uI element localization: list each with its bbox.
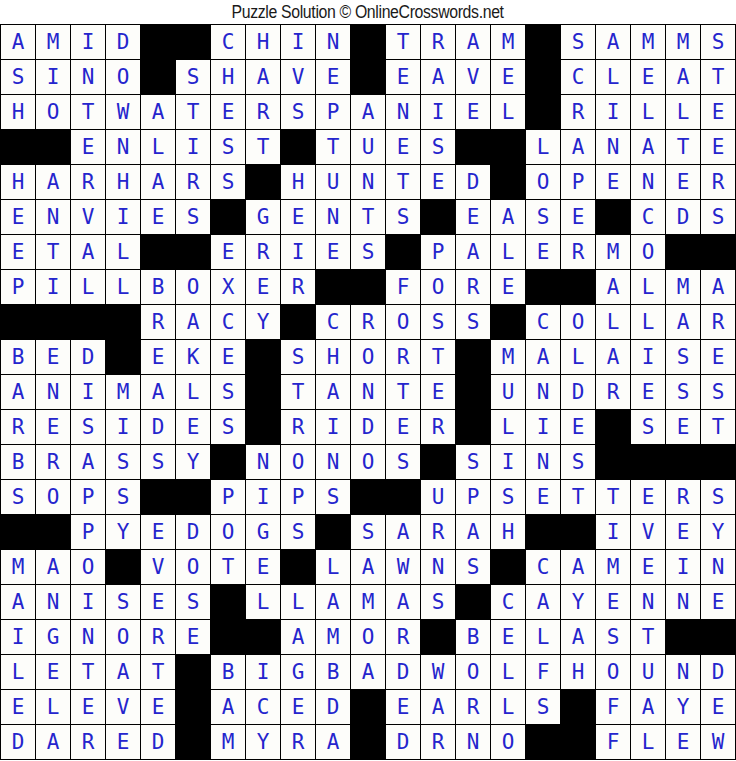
letter-cell[interactable]: V — [281, 60, 315, 94]
letter-cell[interactable]: S — [141, 445, 175, 479]
letter-cell[interactable]: C — [491, 585, 525, 619]
letter-cell[interactable]: O — [561, 305, 595, 339]
letter-cell[interactable]: O — [421, 270, 455, 304]
letter-cell[interactable]: A — [351, 95, 385, 129]
letter-cell[interactable]: S — [701, 25, 735, 59]
letter-cell[interactable]: R — [421, 25, 455, 59]
letter-cell[interactable]: D — [1, 725, 35, 759]
letter-cell[interactable]: N — [386, 95, 420, 129]
letter-cell[interactable]: R — [141, 620, 175, 654]
letter-cell[interactable]: E — [631, 60, 665, 94]
letter-cell[interactable]: C — [561, 60, 595, 94]
letter-cell[interactable]: E — [211, 340, 245, 374]
letter-cell[interactable]: O — [71, 550, 105, 584]
letter-cell[interactable]: L — [491, 95, 525, 129]
letter-cell[interactable]: A — [316, 725, 350, 759]
letter-cell[interactable]: A — [456, 515, 490, 549]
letter-cell[interactable]: N — [631, 165, 665, 199]
letter-cell[interactable]: B — [141, 270, 175, 304]
letter-cell[interactable]: X — [211, 270, 245, 304]
letter-cell[interactable]: A — [561, 620, 595, 654]
letter-cell[interactable]: F — [526, 655, 560, 689]
letter-cell[interactable]: I — [246, 480, 280, 514]
letter-cell[interactable]: Y — [701, 515, 735, 549]
letter-cell[interactable]: S — [456, 445, 490, 479]
letter-cell[interactable]: A — [421, 690, 455, 724]
letter-cell[interactable]: G — [281, 655, 315, 689]
letter-cell[interactable]: E — [386, 130, 420, 164]
letter-cell[interactable]: F — [596, 725, 630, 759]
letter-cell[interactable]: L — [561, 340, 595, 374]
letter-cell[interactable]: S — [106, 445, 140, 479]
letter-cell[interactable]: R — [176, 165, 210, 199]
letter-cell[interactable]: N — [526, 445, 560, 479]
letter-cell[interactable]: E — [631, 550, 665, 584]
letter-cell[interactable]: C — [526, 550, 560, 584]
letter-cell[interactable]: S — [421, 585, 455, 619]
letter-cell[interactable]: S — [386, 200, 420, 234]
letter-cell[interactable]: T — [561, 480, 595, 514]
letter-cell[interactable]: A — [351, 550, 385, 584]
letter-cell[interactable]: D — [141, 725, 175, 759]
letter-cell[interactable]: H — [316, 340, 350, 374]
letter-cell[interactable]: R — [281, 725, 315, 759]
letter-cell[interactable]: L — [316, 550, 350, 584]
letter-cell[interactable]: S — [631, 410, 665, 444]
letter-cell[interactable]: H — [491, 515, 525, 549]
letter-cell[interactable]: E — [666, 410, 700, 444]
letter-cell[interactable]: E — [596, 585, 630, 619]
letter-cell[interactable]: A — [36, 725, 70, 759]
letter-cell[interactable]: E — [701, 340, 735, 374]
letter-cell[interactable]: E — [631, 480, 665, 514]
letter-cell[interactable]: I — [71, 375, 105, 409]
letter-cell[interactable]: O — [176, 270, 210, 304]
letter-cell[interactable]: E — [596, 165, 630, 199]
letter-cell[interactable]: I — [36, 60, 70, 94]
letter-cell[interactable]: E — [666, 725, 700, 759]
letter-cell[interactable]: A — [421, 60, 455, 94]
letter-cell[interactable]: D — [561, 375, 595, 409]
letter-cell[interactable]: T — [71, 95, 105, 129]
letter-cell[interactable]: N — [421, 550, 455, 584]
letter-cell[interactable]: S — [421, 305, 455, 339]
letter-cell[interactable]: S — [281, 95, 315, 129]
letter-cell[interactable]: U — [316, 165, 350, 199]
letter-cell[interactable]: Y — [176, 445, 210, 479]
letter-cell[interactable]: O — [386, 305, 420, 339]
letter-cell[interactable]: R — [141, 305, 175, 339]
letter-cell[interactable]: O — [351, 620, 385, 654]
letter-cell[interactable]: L — [631, 95, 665, 129]
letter-cell[interactable]: P — [211, 480, 245, 514]
letter-cell[interactable]: E — [421, 165, 455, 199]
letter-cell[interactable]: D — [176, 515, 210, 549]
letter-cell[interactable]: A — [596, 270, 630, 304]
letter-cell[interactable]: W — [106, 95, 140, 129]
letter-cell[interactable]: K — [176, 340, 210, 374]
letter-cell[interactable]: O — [351, 445, 385, 479]
letter-cell[interactable]: M — [316, 620, 350, 654]
letter-cell[interactable]: S — [561, 445, 595, 479]
letter-cell[interactable]: L — [141, 130, 175, 164]
letter-cell[interactable]: A — [596, 25, 630, 59]
letter-cell[interactable]: D — [71, 340, 105, 374]
letter-cell[interactable]: B — [316, 655, 350, 689]
letter-cell[interactable]: S — [316, 480, 350, 514]
letter-cell[interactable]: N — [666, 585, 700, 619]
letter-cell[interactable]: S — [1, 480, 35, 514]
letter-cell[interactable]: R — [386, 340, 420, 374]
letter-cell[interactable]: T — [71, 655, 105, 689]
letter-cell[interactable]: N — [36, 585, 70, 619]
letter-cell[interactable]: N — [351, 165, 385, 199]
letter-cell[interactable]: A — [176, 305, 210, 339]
letter-cell[interactable]: T — [386, 165, 420, 199]
letter-cell[interactable]: R — [666, 480, 700, 514]
letter-cell[interactable]: L — [666, 95, 700, 129]
letter-cell[interactable]: A — [666, 60, 700, 94]
letter-cell[interactable]: S — [701, 200, 735, 234]
letter-cell[interactable]: T — [631, 620, 665, 654]
letter-cell[interactable]: E — [71, 690, 105, 724]
letter-cell[interactable]: H — [1, 165, 35, 199]
letter-cell[interactable]: A — [561, 550, 595, 584]
letter-cell[interactable]: S — [421, 130, 455, 164]
letter-cell[interactable]: A — [386, 515, 420, 549]
letter-cell[interactable]: U — [631, 655, 665, 689]
letter-cell[interactable]: A — [316, 585, 350, 619]
letter-cell[interactable]: E — [36, 655, 70, 689]
letter-cell[interactable]: O — [526, 165, 560, 199]
letter-cell[interactable]: I — [596, 95, 630, 129]
letter-cell[interactable]: P — [71, 480, 105, 514]
letter-cell[interactable]: A — [351, 655, 385, 689]
letter-cell[interactable]: A — [36, 550, 70, 584]
letter-cell[interactable]: R — [36, 445, 70, 479]
letter-cell[interactable]: B — [1, 340, 35, 374]
letter-cell[interactable]: T — [421, 340, 455, 374]
letter-cell[interactable]: S — [701, 480, 735, 514]
letter-cell[interactable]: A — [211, 690, 245, 724]
letter-cell[interactable]: I — [246, 655, 280, 689]
letter-cell[interactable]: E — [421, 375, 455, 409]
letter-cell[interactable]: C — [246, 690, 280, 724]
letter-cell[interactable]: E — [211, 235, 245, 269]
letter-cell[interactable]: F — [386, 270, 420, 304]
letter-cell[interactable]: L — [106, 235, 140, 269]
letter-cell[interactable]: S — [561, 25, 595, 59]
letter-cell[interactable]: N — [351, 375, 385, 409]
letter-cell[interactable]: R — [281, 410, 315, 444]
letter-cell[interactable]: C — [316, 305, 350, 339]
letter-cell[interactable]: E — [246, 550, 280, 584]
letter-cell[interactable]: T — [351, 200, 385, 234]
letter-cell[interactable]: I — [526, 410, 560, 444]
letter-cell[interactable]: D — [386, 655, 420, 689]
letter-cell[interactable]: E — [281, 690, 315, 724]
letter-cell[interactable]: R — [421, 410, 455, 444]
letter-cell[interactable]: E — [526, 235, 560, 269]
letter-cell[interactable]: E — [456, 200, 490, 234]
letter-cell[interactable]: M — [351, 585, 385, 619]
letter-cell[interactable]: S — [596, 620, 630, 654]
letter-cell[interactable]: D — [456, 165, 490, 199]
letter-cell[interactable]: H — [211, 60, 245, 94]
letter-cell[interactable]: H — [246, 25, 280, 59]
letter-cell[interactable]: B — [1, 445, 35, 479]
letter-cell[interactable]: A — [246, 60, 280, 94]
letter-cell[interactable]: S — [176, 585, 210, 619]
letter-cell[interactable]: E — [1, 200, 35, 234]
letter-cell[interactable]: N — [596, 130, 630, 164]
letter-cell[interactable]: T — [281, 375, 315, 409]
letter-cell[interactable]: E — [176, 620, 210, 654]
letter-cell[interactable]: E — [141, 690, 175, 724]
letter-cell[interactable]: E — [561, 410, 595, 444]
letter-cell[interactable]: E — [701, 130, 735, 164]
letter-cell[interactable]: S — [526, 690, 560, 724]
letter-cell[interactable]: W — [386, 550, 420, 584]
letter-cell[interactable]: A — [456, 235, 490, 269]
letter-cell[interactable]: U — [491, 375, 525, 409]
letter-cell[interactable]: S — [666, 375, 700, 409]
letter-cell[interactable]: L — [106, 270, 140, 304]
letter-cell[interactable]: E — [106, 725, 140, 759]
letter-cell[interactable]: M — [1, 550, 35, 584]
letter-cell[interactable]: P — [456, 480, 490, 514]
letter-cell[interactable]: D — [316, 690, 350, 724]
letter-cell[interactable]: C — [526, 305, 560, 339]
letter-cell[interactable]: P — [71, 515, 105, 549]
letter-cell[interactable]: L — [631, 270, 665, 304]
letter-cell[interactable]: R — [701, 305, 735, 339]
letter-cell[interactable]: S — [71, 410, 105, 444]
letter-cell[interactable]: E — [71, 130, 105, 164]
letter-cell[interactable]: H — [281, 165, 315, 199]
letter-cell[interactable]: S — [281, 515, 315, 549]
letter-cell[interactable]: V — [106, 690, 140, 724]
letter-cell[interactable]: R — [71, 725, 105, 759]
letter-cell[interactable]: V — [141, 550, 175, 584]
letter-cell[interactable]: E — [631, 375, 665, 409]
letter-cell[interactable]: D — [106, 25, 140, 59]
letter-cell[interactable]: R — [456, 270, 490, 304]
letter-cell[interactable]: N — [526, 375, 560, 409]
letter-cell[interactable]: I — [631, 340, 665, 374]
letter-cell[interactable]: E — [701, 585, 735, 619]
letter-cell[interactable]: D — [351, 410, 385, 444]
letter-cell[interactable]: M — [596, 235, 630, 269]
letter-cell[interactable]: E — [141, 200, 175, 234]
letter-cell[interactable]: I — [281, 235, 315, 269]
letter-cell[interactable]: P — [316, 95, 350, 129]
letter-cell[interactable]: I — [666, 550, 700, 584]
letter-cell[interactable]: H — [1, 95, 35, 129]
letter-cell[interactable]: R — [1, 410, 35, 444]
letter-cell[interactable]: C — [631, 200, 665, 234]
letter-cell[interactable]: M — [596, 550, 630, 584]
letter-cell[interactable]: R — [421, 515, 455, 549]
letter-cell[interactable]: N — [316, 25, 350, 59]
letter-cell[interactable]: Y — [246, 725, 280, 759]
letter-cell[interactable]: T — [666, 130, 700, 164]
letter-cell[interactable]: R — [71, 165, 105, 199]
letter-cell[interactable]: A — [561, 130, 595, 164]
letter-cell[interactable]: I — [316, 410, 350, 444]
letter-cell[interactable]: M — [491, 340, 525, 374]
letter-cell[interactable]: A — [386, 585, 420, 619]
letter-cell[interactable]: O — [176, 550, 210, 584]
letter-cell[interactable]: O — [596, 655, 630, 689]
letter-cell[interactable]: O — [106, 60, 140, 94]
letter-cell[interactable]: I — [106, 200, 140, 234]
letter-cell[interactable]: G — [36, 620, 70, 654]
letter-cell[interactable]: F — [596, 690, 630, 724]
letter-cell[interactable]: I — [176, 130, 210, 164]
letter-cell[interactable]: A — [36, 165, 70, 199]
letter-cell[interactable]: S — [106, 480, 140, 514]
letter-cell[interactable]: E — [386, 60, 420, 94]
letter-cell[interactable]: E — [316, 235, 350, 269]
letter-cell[interactable]: E — [246, 270, 280, 304]
letter-cell[interactable]: S — [211, 165, 245, 199]
letter-cell[interactable]: E — [386, 690, 420, 724]
letter-cell[interactable]: A — [1, 585, 35, 619]
letter-cell[interactable]: I — [421, 95, 455, 129]
letter-cell[interactable]: S — [526, 200, 560, 234]
letter-cell[interactable]: M — [211, 725, 245, 759]
letter-cell[interactable]: T — [386, 375, 420, 409]
letter-cell[interactable]: A — [1, 375, 35, 409]
letter-cell[interactable]: I — [1, 620, 35, 654]
letter-cell[interactable]: I — [36, 270, 70, 304]
letter-cell[interactable]: L — [526, 130, 560, 164]
letter-cell[interactable]: T — [386, 25, 420, 59]
letter-cell[interactable]: N — [666, 655, 700, 689]
letter-cell[interactable]: Y — [666, 690, 700, 724]
letter-cell[interactable]: E — [386, 410, 420, 444]
letter-cell[interactable]: R — [561, 95, 595, 129]
letter-cell[interactable]: A — [106, 655, 140, 689]
letter-cell[interactable]: V — [71, 200, 105, 234]
letter-cell[interactable]: R — [281, 270, 315, 304]
letter-cell[interactable]: S — [351, 515, 385, 549]
letter-cell[interactable]: E — [36, 410, 70, 444]
letter-cell[interactable]: A — [1, 25, 35, 59]
letter-cell[interactable]: L — [526, 620, 560, 654]
letter-cell[interactable]: S — [211, 130, 245, 164]
letter-cell[interactable]: D — [666, 200, 700, 234]
letter-cell[interactable]: I — [106, 410, 140, 444]
letter-cell[interactable]: T — [596, 480, 630, 514]
letter-cell[interactable]: R — [701, 165, 735, 199]
letter-cell[interactable]: L — [491, 410, 525, 444]
letter-cell[interactable]: M — [666, 25, 700, 59]
letter-cell[interactable]: R — [596, 375, 630, 409]
letter-cell[interactable]: S — [106, 585, 140, 619]
letter-cell[interactable]: N — [71, 620, 105, 654]
letter-cell[interactable]: T — [701, 60, 735, 94]
letter-cell[interactable]: A — [526, 340, 560, 374]
letter-cell[interactable]: N — [106, 130, 140, 164]
letter-cell[interactable]: O — [36, 480, 70, 514]
letter-cell[interactable]: D — [141, 410, 175, 444]
letter-cell[interactable]: M — [36, 25, 70, 59]
letter-cell[interactable]: L — [71, 270, 105, 304]
letter-cell[interactable]: A — [526, 585, 560, 619]
letter-cell[interactable]: S — [701, 375, 735, 409]
letter-cell[interactable]: P — [561, 165, 595, 199]
letter-cell[interactable]: L — [596, 60, 630, 94]
letter-cell[interactable]: O — [456, 655, 490, 689]
letter-cell[interactable]: R — [351, 305, 385, 339]
letter-cell[interactable]: Y — [246, 305, 280, 339]
letter-cell[interactable]: W — [421, 655, 455, 689]
letter-cell[interactable]: N — [36, 200, 70, 234]
letter-cell[interactable]: E — [491, 270, 525, 304]
letter-cell[interactable]: E — [561, 200, 595, 234]
letter-cell[interactable]: V — [456, 60, 490, 94]
letter-cell[interactable]: S — [386, 445, 420, 479]
letter-cell[interactable]: A — [71, 445, 105, 479]
letter-cell[interactable]: E — [316, 60, 350, 94]
letter-cell[interactable]: E — [491, 620, 525, 654]
letter-cell[interactable]: L — [491, 235, 525, 269]
letter-cell[interactable]: I — [71, 25, 105, 59]
letter-cell[interactable]: M — [491, 25, 525, 59]
letter-cell[interactable]: L — [246, 585, 280, 619]
letter-cell[interactable]: U — [421, 480, 455, 514]
letter-cell[interactable]: P — [421, 235, 455, 269]
letter-cell[interactable]: S — [176, 60, 210, 94]
letter-cell[interactable]: N — [701, 550, 735, 584]
letter-cell[interactable]: L — [631, 305, 665, 339]
letter-cell[interactable]: E — [491, 60, 525, 94]
letter-cell[interactable]: D — [701, 655, 735, 689]
letter-cell[interactable]: S — [176, 200, 210, 234]
letter-cell[interactable]: R — [456, 690, 490, 724]
letter-cell[interactable]: G — [246, 515, 280, 549]
letter-cell[interactable]: R — [561, 235, 595, 269]
letter-cell[interactable]: M — [106, 375, 140, 409]
letter-cell[interactable]: E — [1, 690, 35, 724]
letter-cell[interactable]: E — [701, 690, 735, 724]
letter-cell[interactable]: O — [106, 620, 140, 654]
letter-cell[interactable]: N — [316, 445, 350, 479]
letter-cell[interactable]: Y — [561, 585, 595, 619]
letter-cell[interactable]: E — [141, 515, 175, 549]
letter-cell[interactable]: T — [246, 130, 280, 164]
letter-cell[interactable]: A — [631, 690, 665, 724]
letter-cell[interactable]: I — [596, 515, 630, 549]
letter-cell[interactable]: T — [211, 550, 245, 584]
letter-cell[interactable]: B — [456, 620, 490, 654]
letter-cell[interactable]: G — [246, 200, 280, 234]
letter-cell[interactable]: A — [596, 340, 630, 374]
letter-cell[interactable]: N — [456, 725, 490, 759]
letter-cell[interactable]: T — [176, 95, 210, 129]
letter-cell[interactable]: L — [491, 655, 525, 689]
letter-cell[interactable]: A — [281, 620, 315, 654]
letter-cell[interactable]: A — [141, 165, 175, 199]
letter-cell[interactable]: L — [1, 655, 35, 689]
letter-cell[interactable]: A — [71, 235, 105, 269]
letter-cell[interactable]: H — [561, 655, 595, 689]
letter-cell[interactable]: E — [526, 480, 560, 514]
letter-cell[interactable]: N — [316, 200, 350, 234]
letter-cell[interactable]: E — [281, 200, 315, 234]
